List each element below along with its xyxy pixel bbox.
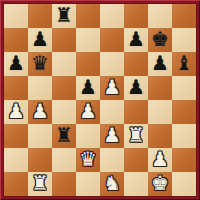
square-d5[interactable]: ♟ (76, 76, 100, 100)
square-g2[interactable]: ♟ (148, 148, 172, 172)
square-b2[interactable] (28, 148, 52, 172)
square-d6[interactable] (76, 52, 100, 76)
square-d1[interactable] (76, 172, 100, 196)
square-b3[interactable] (28, 124, 52, 148)
square-f2[interactable] (124, 148, 148, 172)
square-g3[interactable] (148, 124, 172, 148)
white-pawn: ♟ (148, 148, 172, 172)
square-d8[interactable] (76, 4, 100, 28)
square-f3[interactable]: ♜ (124, 124, 148, 148)
square-c1[interactable] (52, 172, 76, 196)
square-f8[interactable] (124, 4, 148, 28)
white-queen: ♛ (76, 148, 100, 172)
black-king: ♚ (148, 28, 172, 52)
white-rook: ♜ (28, 172, 52, 196)
square-f7[interactable]: ♟ (124, 28, 148, 52)
square-g8[interactable] (148, 4, 172, 28)
square-a6[interactable]: ♟ (4, 52, 28, 76)
square-a1[interactable] (4, 172, 28, 196)
square-h6[interactable]: ♝ (172, 52, 196, 76)
white-knight: ♞ (100, 172, 124, 196)
square-b5[interactable] (28, 76, 52, 100)
chess-board: ♜♟♟♚♟♛♟♝♟♟♟♟♟♟♜♟♜♛♟♜♞♚ (4, 4, 196, 196)
square-h7[interactable] (172, 28, 196, 52)
square-e7[interactable] (100, 28, 124, 52)
white-pawn: ♟ (28, 100, 52, 124)
square-e6[interactable] (100, 52, 124, 76)
square-g5[interactable] (148, 76, 172, 100)
square-e5[interactable]: ♟ (100, 76, 124, 100)
black-pawn: ♟ (148, 52, 172, 76)
square-h5[interactable] (172, 76, 196, 100)
square-c2[interactable] (52, 148, 76, 172)
square-f5[interactable]: ♟ (124, 76, 148, 100)
square-g7[interactable]: ♚ (148, 28, 172, 52)
white-king: ♚ (148, 172, 172, 196)
square-b1[interactable]: ♜ (28, 172, 52, 196)
square-e8[interactable] (100, 4, 124, 28)
square-d7[interactable] (76, 28, 100, 52)
white-pawn: ♟ (100, 124, 124, 148)
square-c3[interactable]: ♜ (52, 124, 76, 148)
square-b8[interactable] (28, 4, 52, 28)
square-a2[interactable] (4, 148, 28, 172)
square-h4[interactable] (172, 100, 196, 124)
black-rook: ♜ (52, 4, 76, 28)
square-h8[interactable] (172, 4, 196, 28)
square-d2[interactable]: ♛ (76, 148, 100, 172)
square-c6[interactable] (52, 52, 76, 76)
square-c8[interactable]: ♜ (52, 4, 76, 28)
square-c7[interactable] (52, 28, 76, 52)
black-bishop: ♝ (172, 52, 196, 76)
square-b6[interactable]: ♛ (28, 52, 52, 76)
square-g4[interactable] (148, 100, 172, 124)
square-e2[interactable] (100, 148, 124, 172)
black-rook: ♜ (52, 124, 76, 148)
white-pawn: ♟ (100, 76, 124, 100)
black-pawn: ♟ (28, 28, 52, 52)
square-c5[interactable] (52, 76, 76, 100)
black-pawn: ♟ (4, 52, 28, 76)
square-h1[interactable] (172, 172, 196, 196)
square-a8[interactable] (4, 4, 28, 28)
square-a7[interactable] (4, 28, 28, 52)
square-a5[interactable] (4, 76, 28, 100)
square-g6[interactable]: ♟ (148, 52, 172, 76)
square-d3[interactable] (76, 124, 100, 148)
square-d4[interactable]: ♟ (76, 100, 100, 124)
square-b4[interactable]: ♟ (28, 100, 52, 124)
black-pawn: ♟ (76, 76, 100, 100)
square-a4[interactable]: ♟ (4, 100, 28, 124)
square-f6[interactable] (124, 52, 148, 76)
square-c4[interactable] (52, 100, 76, 124)
square-h3[interactable] (172, 124, 196, 148)
square-e4[interactable] (100, 100, 124, 124)
square-f1[interactable] (124, 172, 148, 196)
square-b7[interactable]: ♟ (28, 28, 52, 52)
black-pawn: ♟ (124, 76, 148, 100)
square-g1[interactable]: ♚ (148, 172, 172, 196)
square-f4[interactable] (124, 100, 148, 124)
square-e3[interactable]: ♟ (100, 124, 124, 148)
square-h2[interactable] (172, 148, 196, 172)
white-pawn: ♟ (4, 100, 28, 124)
square-a3[interactable] (4, 124, 28, 148)
black-queen: ♛ (28, 52, 52, 76)
board-frame: ♜♟♟♚♟♛♟♝♟♟♟♟♟♟♜♟♜♛♟♜♞♚ (0, 0, 200, 200)
white-rook: ♜ (124, 124, 148, 148)
white-pawn: ♟ (76, 100, 100, 124)
black-pawn: ♟ (124, 28, 148, 52)
square-e1[interactable]: ♞ (100, 172, 124, 196)
